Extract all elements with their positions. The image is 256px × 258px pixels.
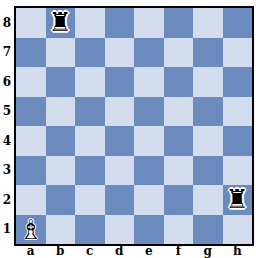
square-f6[interactable] (164, 67, 194, 97)
square-f2[interactable] (164, 185, 194, 215)
square-d4[interactable] (105, 126, 135, 156)
square-f4[interactable] (164, 126, 194, 156)
square-c3[interactable] (75, 156, 105, 186)
square-f3[interactable] (164, 156, 194, 186)
square-g7[interactable] (193, 38, 223, 68)
square-g3[interactable] (193, 156, 223, 186)
square-c8[interactable] (75, 8, 105, 38)
file-label-e: e (134, 245, 164, 258)
square-d5[interactable] (105, 97, 135, 127)
square-h4[interactable] (223, 126, 253, 156)
rank-label-4: 4 (0, 126, 14, 156)
square-a4[interactable] (16, 126, 46, 156)
square-b2[interactable] (46, 185, 76, 215)
square-c1[interactable] (75, 215, 105, 245)
square-e4[interactable] (134, 126, 164, 156)
square-a6[interactable] (16, 67, 46, 97)
square-e5[interactable] (134, 97, 164, 127)
square-a5[interactable] (16, 97, 46, 127)
square-d8[interactable] (105, 8, 135, 38)
piece-black-rook[interactable]: ♜ (49, 8, 72, 38)
rank-label-2: 2 (0, 185, 14, 215)
square-e8[interactable] (134, 8, 164, 38)
square-e2[interactable] (134, 185, 164, 215)
square-a7[interactable] (16, 38, 46, 68)
square-f8[interactable] (164, 8, 194, 38)
rank-label-1: 1 (0, 215, 14, 245)
piece-black-rook[interactable]: ♜ (226, 185, 249, 215)
square-a8[interactable] (16, 8, 46, 38)
file-label-b: b (46, 245, 76, 258)
square-g2[interactable] (193, 185, 223, 215)
square-b4[interactable] (46, 126, 76, 156)
rank-label-3: 3 (0, 156, 14, 186)
file-label-a: a (16, 245, 46, 258)
square-g8[interactable] (193, 8, 223, 38)
file-label-h: h (223, 245, 253, 258)
square-c2[interactable] (75, 185, 105, 215)
square-e7[interactable] (134, 38, 164, 68)
square-f7[interactable] (164, 38, 194, 68)
board-grid: ♜♜♝♗ (16, 8, 252, 244)
square-d3[interactable] (105, 156, 135, 186)
square-f1[interactable] (164, 215, 194, 245)
rank-label-6: 6 (0, 67, 14, 97)
square-h1[interactable] (223, 215, 253, 245)
square-g1[interactable] (193, 215, 223, 245)
rank-label-8: 8 (0, 8, 14, 38)
square-a3[interactable] (16, 156, 46, 186)
square-e3[interactable] (134, 156, 164, 186)
rank-labels: 87654321 (0, 8, 14, 244)
square-b6[interactable] (46, 67, 76, 97)
square-c4[interactable] (75, 126, 105, 156)
file-label-c: c (75, 245, 105, 258)
square-b7[interactable] (46, 38, 76, 68)
bishop-outline: ♗ (16, 215, 46, 245)
square-d1[interactable] (105, 215, 135, 245)
square-b3[interactable] (46, 156, 76, 186)
square-h6[interactable] (223, 67, 253, 97)
square-d2[interactable] (105, 185, 135, 215)
square-f5[interactable] (164, 97, 194, 127)
chess-board: ♜♜♝♗ (14, 6, 254, 246)
square-h3[interactable] (223, 156, 253, 186)
square-h7[interactable] (223, 38, 253, 68)
square-e6[interactable] (134, 67, 164, 97)
piece-white-bishop[interactable]: ♝♗ (16, 215, 46, 245)
square-c7[interactable] (75, 38, 105, 68)
square-e1[interactable] (134, 215, 164, 245)
square-g5[interactable] (193, 97, 223, 127)
square-h5[interactable] (223, 97, 253, 127)
square-a1[interactable]: ♝♗ (16, 215, 46, 245)
rank-label-5: 5 (0, 97, 14, 127)
square-d6[interactable] (105, 67, 135, 97)
square-g6[interactable] (193, 67, 223, 97)
file-labels: abcdefgh (16, 245, 252, 258)
file-label-d: d (105, 245, 135, 258)
rank-label-7: 7 (0, 38, 14, 68)
square-c6[interactable] (75, 67, 105, 97)
square-g4[interactable] (193, 126, 223, 156)
file-label-g: g (193, 245, 223, 258)
square-h2[interactable]: ♜ (223, 185, 253, 215)
square-d7[interactable] (105, 38, 135, 68)
square-c5[interactable] (75, 97, 105, 127)
square-b8[interactable]: ♜ (46, 8, 76, 38)
square-a2[interactable] (16, 185, 46, 215)
chess-diagram: 87654321 ♜♜♝♗ abcdefgh (0, 0, 256, 258)
square-b1[interactable] (46, 215, 76, 245)
square-b5[interactable] (46, 97, 76, 127)
square-h8[interactable] (223, 8, 253, 38)
file-label-f: f (164, 245, 194, 258)
